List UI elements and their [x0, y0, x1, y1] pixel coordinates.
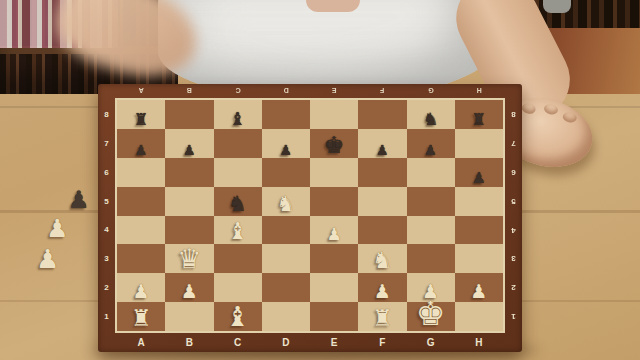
captured-black-pawn[interactable]: ♟ [68, 188, 90, 212]
piece-black-rook[interactable]: ♜ [472, 112, 486, 128]
square-d8[interactable] [262, 100, 310, 129]
square-h8[interactable]: ♜ [455, 100, 503, 129]
square-e1[interactable] [310, 302, 358, 331]
coord-label-7: 7 [98, 129, 115, 158]
square-h1[interactable] [455, 302, 503, 331]
knuckle [521, 102, 537, 115]
square-a4[interactable] [117, 216, 165, 245]
piece-black-knight[interactable]: ♞ [423, 111, 438, 128]
piece-black-pawn[interactable]: ♟ [472, 171, 485, 186]
square-c5[interactable]: ♞ [214, 187, 262, 216]
piece-white-pawn[interactable]: ♟ [470, 282, 487, 301]
knuckle [562, 111, 578, 124]
square-d1[interactable] [262, 302, 310, 331]
square-c3[interactable] [214, 244, 262, 273]
coord-label-h: H [455, 333, 503, 352]
coord-label-4: 4 [98, 216, 115, 245]
coord-label-7: 7 [505, 129, 522, 158]
coord-label-d: D [262, 333, 310, 352]
coord-label-4: 4 [505, 216, 522, 245]
square-f1[interactable]: ♜ [358, 302, 406, 331]
square-h3[interactable] [455, 244, 503, 273]
piece-white-pawn[interactable]: ♟ [133, 282, 150, 301]
coord-label-6: 6 [505, 158, 522, 187]
square-c2[interactable] [214, 273, 262, 302]
coord-label-c: C [214, 84, 262, 98]
coord-label-3: 3 [98, 244, 115, 273]
coord-label-b: B [165, 333, 213, 352]
coord-label-b: B [165, 84, 213, 98]
square-c1[interactable]: ♝ [214, 302, 262, 331]
coord-label-f: F [358, 333, 406, 352]
piece-black-rook[interactable]: ♜ [134, 112, 148, 128]
square-g6[interactable] [407, 158, 455, 187]
coord-label-a: A [117, 333, 165, 352]
square-g3[interactable] [407, 244, 455, 273]
square-c8[interactable]: ♝ [214, 100, 262, 129]
chess-board: ABCDEFGH ABCDEFGH 87654321 87654321 ♜♝♞♜… [98, 84, 522, 352]
piece-black-knight[interactable]: ♞ [228, 194, 247, 215]
square-b2[interactable]: ♟ [165, 273, 213, 302]
square-e6[interactable] [310, 158, 358, 187]
coord-label-3: 3 [505, 244, 522, 273]
square-g8[interactable]: ♞ [407, 100, 455, 129]
coord-label-5: 5 [98, 187, 115, 216]
square-b8[interactable] [165, 100, 213, 129]
piece-black-pawn[interactable]: ♟ [135, 143, 148, 157]
square-f5[interactable] [358, 187, 406, 216]
square-b6[interactable] [165, 158, 213, 187]
square-h5[interactable] [455, 187, 503, 216]
square-b1[interactable] [165, 302, 213, 331]
square-h6[interactable]: ♟ [455, 158, 503, 187]
coord-label-f: F [358, 84, 406, 98]
rank-labels-right: 87654321 [505, 100, 522, 331]
rank-labels-left: 87654321 [98, 100, 115, 331]
coord-label-d: D [262, 84, 310, 98]
shirt-sleeve-cuff [543, 0, 571, 13]
piece-black-king[interactable]: ♚ [324, 134, 345, 157]
square-f6[interactable] [358, 158, 406, 187]
square-g4[interactable] [407, 216, 455, 245]
coord-label-e: E [310, 84, 358, 98]
piece-black-pawn[interactable]: ♟ [376, 143, 389, 157]
video-frame: ABCDEFGH ABCDEFGH 87654321 87654321 ♜♝♞♜… [0, 0, 640, 360]
coord-label-1: 1 [98, 302, 115, 331]
square-a3[interactable] [117, 244, 165, 273]
square-h4[interactable] [455, 216, 503, 245]
square-d3[interactable] [262, 244, 310, 273]
coord-label-6: 6 [98, 158, 115, 187]
square-b3[interactable]: ♛ [165, 244, 213, 273]
square-g7[interactable]: ♟ [407, 129, 455, 158]
piece-black-pawn[interactable]: ♟ [183, 143, 196, 157]
square-c6[interactable] [214, 158, 262, 187]
square-a2[interactable]: ♟ [117, 273, 165, 302]
file-labels-bottom: ABCDEFGH [117, 333, 503, 352]
piece-white-pawn[interactable]: ♟ [327, 226, 342, 243]
piece-black-bishop[interactable]: ♝ [230, 110, 246, 128]
coord-label-8: 8 [98, 100, 115, 129]
piece-white-queen[interactable]: ♛ [177, 245, 201, 272]
coord-label-2: 2 [98, 273, 115, 302]
square-f8[interactable] [358, 100, 406, 129]
piece-white-rook[interactable]: ♜ [131, 307, 152, 330]
square-e7[interactable]: ♚ [310, 129, 358, 158]
piece-white-knight[interactable]: ♞ [372, 249, 393, 272]
square-f7[interactable]: ♟ [358, 129, 406, 158]
square-g5[interactable] [407, 187, 455, 216]
square-d5[interactable]: ♞ [262, 187, 310, 216]
square-h7[interactable] [455, 129, 503, 158]
square-a7[interactable]: ♟ [117, 129, 165, 158]
captured-white-pawn[interactable]: ♟ [46, 216, 68, 241]
square-g1[interactable]: ♚ [407, 302, 455, 331]
piece-white-pawn[interactable]: ♟ [374, 282, 391, 301]
player-neck [306, 0, 360, 12]
coord-label-e: E [310, 333, 358, 352]
piece-white-pawn[interactable]: ♟ [181, 282, 198, 301]
square-e2[interactable] [310, 273, 358, 302]
piece-black-pawn[interactable]: ♟ [424, 143, 437, 157]
piece-white-bishop[interactable]: ♝ [227, 220, 248, 243]
coord-label-c: C [214, 333, 262, 352]
piece-white-knight[interactable]: ♞ [276, 194, 295, 215]
coord-label-g: G [407, 333, 455, 352]
square-c4[interactable]: ♝ [214, 216, 262, 245]
piece-white-rook[interactable]: ♜ [372, 307, 393, 330]
square-a6[interactable] [117, 158, 165, 187]
coord-label-5: 5 [505, 187, 522, 216]
piece-black-pawn[interactable]: ♟ [280, 143, 293, 157]
coord-label-h: H [455, 84, 503, 98]
square-f2[interactable]: ♟ [358, 273, 406, 302]
square-e8[interactable] [310, 100, 358, 129]
square-a5[interactable] [117, 187, 165, 216]
square-b7[interactable]: ♟ [165, 129, 213, 158]
square-f4[interactable] [358, 216, 406, 245]
playing-area: ♜♝♞♜♟♟♟♚♟♟♟♞♞♝♟♛♞♟♟♟♟♟♜♝♜♚ [115, 98, 505, 333]
square-a1[interactable]: ♜ [117, 302, 165, 331]
captured-white-pawn[interactable]: ♟ [36, 246, 59, 272]
square-f3[interactable]: ♞ [358, 244, 406, 273]
coord-label-1: 1 [505, 302, 522, 331]
piece-white-bishop[interactable]: ♝ [226, 303, 250, 330]
knuckle [543, 103, 559, 116]
coord-label-2: 2 [505, 273, 522, 302]
square-a8[interactable]: ♜ [117, 100, 165, 129]
square-d2[interactable] [262, 273, 310, 302]
square-d7[interactable]: ♟ [262, 129, 310, 158]
square-e3[interactable] [310, 244, 358, 273]
piece-white-king[interactable]: ♚ [416, 297, 446, 330]
coord-label-a: A [117, 84, 165, 98]
square-h2[interactable]: ♟ [455, 273, 503, 302]
coord-label-g: G [407, 84, 455, 98]
square-d6[interactable] [262, 158, 310, 187]
square-b4[interactable] [165, 216, 213, 245]
coord-label-8: 8 [505, 100, 522, 129]
square-e5[interactable] [310, 187, 358, 216]
square-d4[interactable] [262, 216, 310, 245]
square-c7[interactable] [214, 129, 262, 158]
file-labels-top: ABCDEFGH [117, 84, 503, 98]
square-b5[interactable] [165, 187, 213, 216]
square-e4[interactable]: ♟ [310, 216, 358, 245]
